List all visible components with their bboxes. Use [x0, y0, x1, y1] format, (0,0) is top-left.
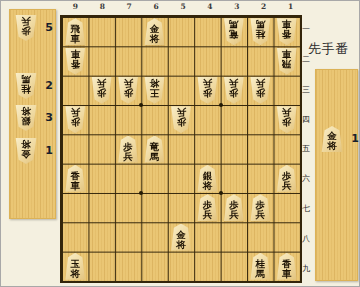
square-51[interactable] [168, 17, 194, 46]
gote-hand-pawn: 歩兵5 [10, 15, 55, 43]
piece-glyph: 兵 [229, 78, 239, 88]
piece-glyph: 兵 [21, 16, 31, 26]
piece-glyph: 将 [150, 34, 160, 44]
piece-glyph: 金 [176, 230, 186, 240]
gote-hand-knight: 桂馬2 [10, 73, 55, 101]
file-label: 9 [62, 2, 89, 13]
hand-count: 2 [43, 79, 55, 92]
piece-glyph: 歩 [123, 142, 133, 152]
piece-glyphs: 歩兵 [15, 15, 37, 41]
square-81[interactable] [88, 17, 114, 46]
square-93[interactable] [62, 76, 88, 105]
piece-glyph: 将 [150, 78, 160, 88]
piece-glyph: 桂 [256, 29, 266, 39]
piece-glyphs: 銀将 [15, 105, 37, 131]
square-57[interactable] [168, 193, 194, 222]
square-64[interactable] [141, 105, 167, 134]
piece-glyph: 歩 [203, 88, 213, 98]
piece-glyph: 車 [282, 269, 292, 279]
piece-glyph: 馬 [229, 19, 239, 29]
square-68[interactable] [141, 222, 167, 251]
square-74[interactable] [115, 105, 141, 134]
piece-glyph: 桂 [21, 84, 31, 94]
piece-glyph: 将 [70, 269, 80, 279]
file-label: 6 [143, 2, 170, 13]
file-label: 4 [196, 2, 223, 13]
file-label: 7 [116, 2, 143, 13]
piece-glyph: 将 [327, 141, 337, 151]
square-42[interactable] [194, 46, 220, 75]
square-22[interactable] [247, 46, 273, 75]
gote-hand-gold: 金将1 [10, 138, 55, 166]
square-66[interactable] [141, 164, 167, 193]
piece-glyph: 飛 [282, 59, 292, 69]
piece-glyph: 馬 [21, 74, 31, 84]
square-85[interactable] [88, 134, 114, 163]
square-84[interactable] [88, 105, 114, 134]
piece-glyph: 将 [176, 240, 186, 250]
square-55[interactable] [168, 134, 194, 163]
hand-count: 1 [349, 132, 360, 145]
square-97[interactable] [62, 193, 88, 222]
square-78[interactable] [115, 222, 141, 251]
square-28[interactable] [247, 222, 273, 251]
piece-glyph: 銀 [21, 116, 31, 126]
gote-pawn-piece[interactable]: 歩兵 [15, 15, 37, 41]
square-53[interactable] [168, 76, 194, 105]
file-label: 2 [250, 2, 277, 13]
gote-knight-piece[interactable]: 桂馬 [15, 73, 37, 99]
square-32[interactable] [221, 46, 247, 75]
piece-glyph: 兵 [282, 107, 292, 117]
piece-glyph: 将 [21, 139, 31, 149]
piece-glyph: 兵 [256, 78, 266, 88]
square-95[interactable] [62, 134, 88, 163]
square-45[interactable] [194, 134, 220, 163]
piece-glyph: 竜 [150, 142, 160, 152]
square-52[interactable] [168, 46, 194, 75]
file-label: 8 [89, 2, 116, 13]
piece-glyph: 車 [282, 19, 292, 29]
piece-glyph: 兵 [229, 210, 239, 220]
piece-glyphs: 桂馬 [15, 73, 37, 99]
piece-glyphs: 金将 [321, 126, 343, 152]
square-82[interactable] [88, 46, 114, 75]
piece-glyph: 王 [150, 88, 160, 98]
square-36[interactable] [221, 164, 247, 193]
piece-glyph: 香 [282, 29, 292, 39]
hoshi-dot [219, 191, 223, 195]
piece-glyph: 歩 [176, 117, 186, 127]
piece-glyph: 将 [21, 106, 31, 116]
gote-gold-piece[interactable]: 金将 [15, 138, 37, 164]
piece-glyph: 車 [282, 49, 292, 59]
square-98[interactable] [62, 222, 88, 251]
square-77[interactable] [115, 193, 141, 222]
piece-glyph: 車 [70, 49, 80, 59]
piece-glyph: 歩 [70, 117, 80, 127]
square-56[interactable] [168, 164, 194, 193]
square-67[interactable] [141, 193, 167, 222]
piece-glyph: 兵 [203, 210, 213, 220]
hand-count: 3 [43, 111, 55, 124]
piece-glyph: 歩 [229, 88, 239, 98]
shogi-app-window: 987654321 一二三四五六七八九 飛車金将竜馬桂馬香車香車飛車歩兵歩兵王将… [0, 0, 360, 287]
gote-silver-piece[interactable]: 銀将 [15, 105, 37, 131]
piece-glyph: 車 [70, 181, 80, 191]
piece-glyph: 馬 [256, 269, 266, 279]
piece-glyph: 歩 [256, 88, 266, 98]
square-88[interactable] [88, 222, 114, 251]
piece-glyph: 兵 [203, 78, 213, 88]
piece-glyph: 歩 [21, 26, 31, 36]
square-18[interactable] [274, 222, 300, 251]
square-71[interactable] [115, 17, 141, 46]
file-label: 5 [170, 2, 197, 13]
piece-glyph: 歩 [97, 88, 107, 98]
hand-count: 1 [43, 144, 55, 157]
square-35[interactable] [221, 134, 247, 163]
piece-glyphs: 金将 [15, 138, 37, 164]
piece-glyph: 兵 [97, 78, 107, 88]
square-59[interactable] [168, 252, 194, 281]
piece-glyph: 兵 [123, 152, 133, 162]
piece-glyph: 金 [21, 149, 31, 159]
square-39[interactable] [221, 252, 247, 281]
square-25[interactable] [247, 134, 273, 163]
piece-glyph: 兵 [123, 78, 133, 88]
file-label: 1 [277, 2, 304, 13]
square-69[interactable] [141, 252, 167, 281]
sente-captured-tray: 金将1 [315, 69, 358, 281]
square-49[interactable] [194, 252, 220, 281]
hoshi-dot [219, 103, 223, 107]
piece-glyph: 香 [70, 59, 80, 69]
piece-glyph: 兵 [176, 107, 186, 117]
square-41[interactable] [194, 17, 220, 46]
piece-glyph: 馬 [256, 19, 266, 29]
square-26[interactable] [247, 164, 273, 193]
sente-gold-piece[interactable]: 金将 [321, 126, 343, 152]
square-86[interactable] [88, 164, 114, 193]
square-89[interactable] [88, 252, 114, 281]
file-label: 3 [223, 2, 250, 13]
square-62[interactable] [141, 46, 167, 75]
square-87[interactable] [88, 193, 114, 222]
piece-glyph: 歩 [282, 117, 292, 127]
square-72[interactable] [115, 46, 141, 75]
file-labels: 987654321 [62, 2, 304, 13]
square-34[interactable] [221, 105, 247, 134]
piece-glyph: 歩 [123, 88, 133, 98]
square-44[interactable] [194, 105, 220, 134]
piece-glyph: 兵 [70, 107, 80, 117]
square-79[interactable] [115, 252, 141, 281]
gote-hand-silver: 銀将3 [10, 105, 55, 133]
board: 飛車金将竜馬桂馬香車香車飛車歩兵歩兵王将歩兵歩兵歩兵歩兵歩兵歩兵歩兵竜馬香車銀将… [60, 15, 302, 283]
sente-hand-gold: 金将1 [316, 126, 357, 154]
piece-glyph: 将 [203, 181, 213, 191]
piece-glyph: 車 [70, 34, 80, 44]
piece-glyph: 兵 [282, 181, 292, 191]
square-48[interactable] [194, 222, 220, 251]
hand-count: 5 [43, 21, 55, 34]
square-38[interactable] [221, 222, 247, 251]
piece-glyph: 馬 [150, 152, 160, 162]
square-17[interactable] [274, 193, 300, 222]
piece-glyph: 兵 [256, 210, 266, 220]
square-13[interactable] [274, 76, 300, 105]
turn-indicator: 先手番 [308, 40, 360, 58]
square-76[interactable] [115, 164, 141, 193]
square-24[interactable] [247, 105, 273, 134]
gote-captured-tray: 歩兵5桂馬2銀将3金将1 [9, 9, 56, 219]
piece-glyph: 竜 [229, 29, 239, 39]
square-15[interactable] [274, 134, 300, 163]
